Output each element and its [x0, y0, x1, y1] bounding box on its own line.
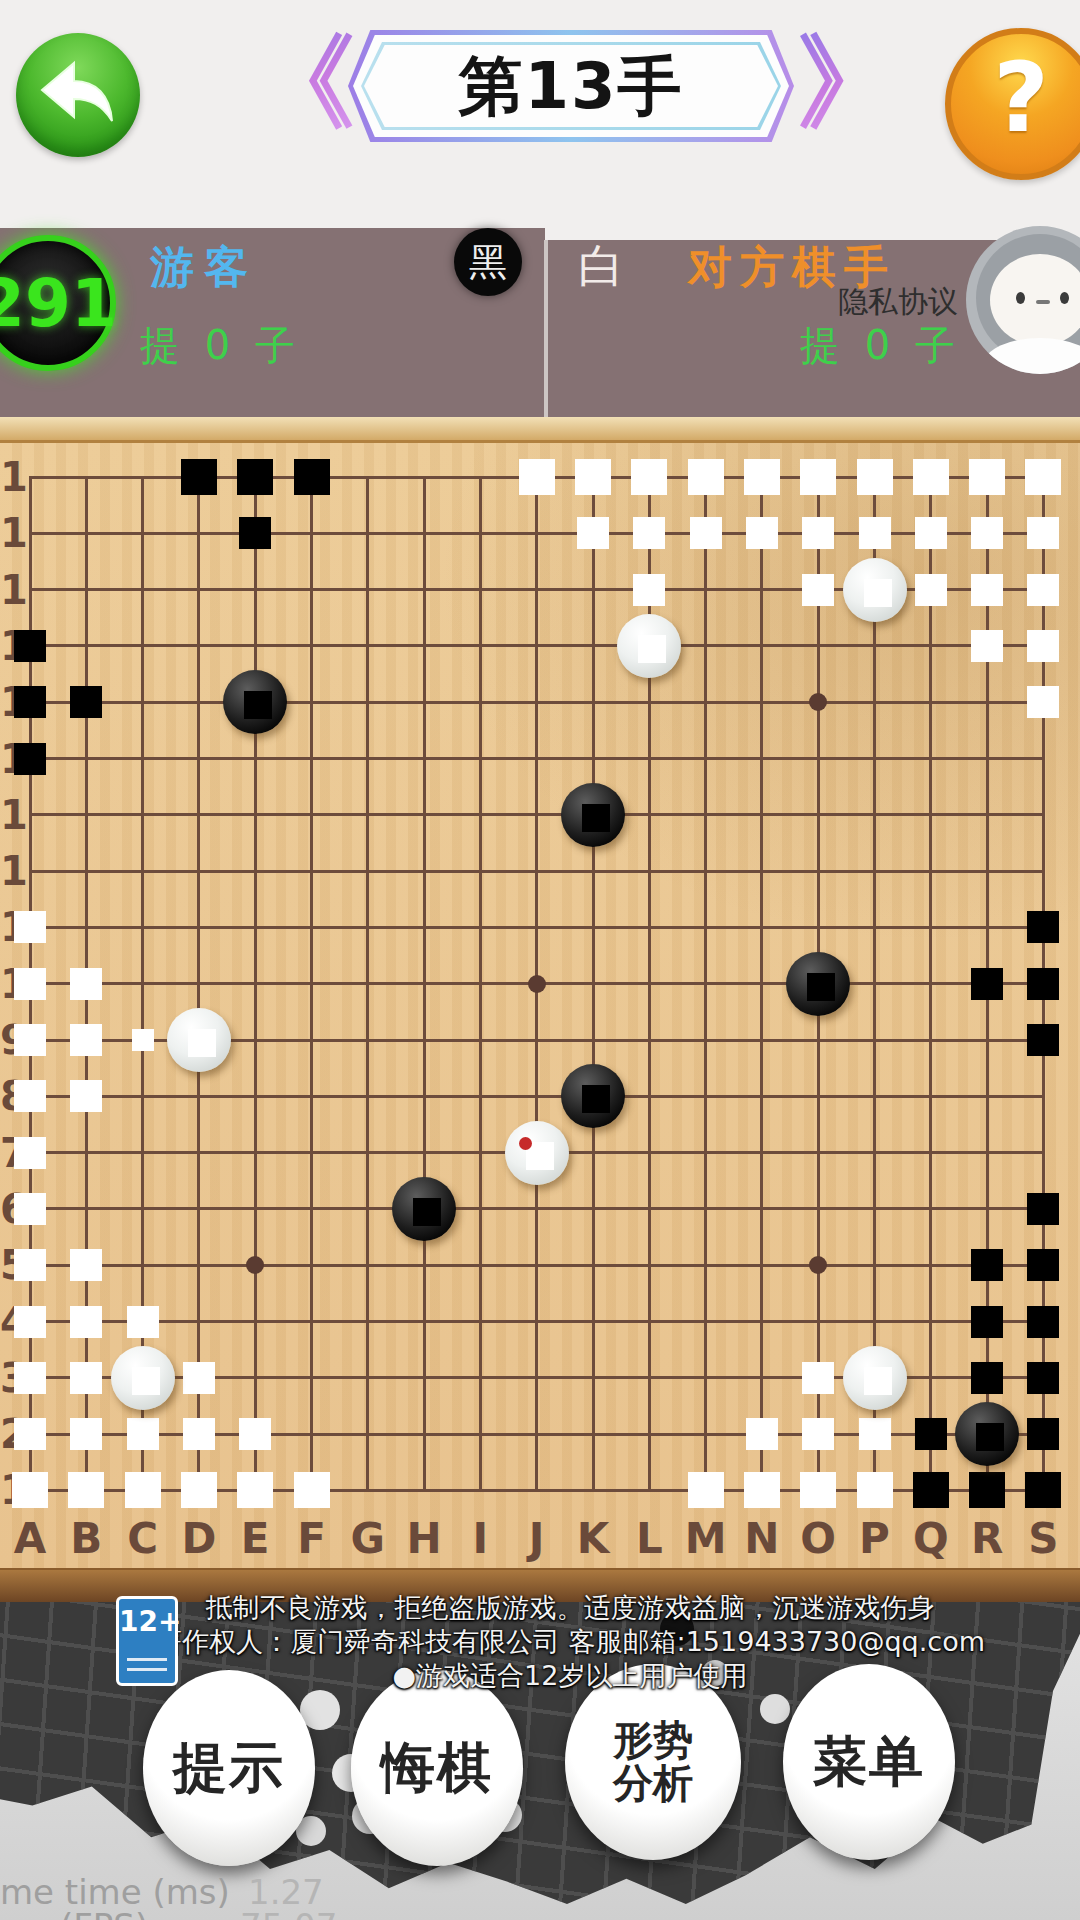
app-screen: 《 第13手 》 ? 291 游客 提 0 子 黑 白 对方棋手 隐私协议 提 … [0, 0, 1080, 1920]
white-territory-mark [294, 1472, 330, 1508]
white-territory-mark [633, 517, 665, 549]
title-frame: 第13手 [348, 30, 794, 142]
avatar-eye [1016, 292, 1025, 304]
column-label: N [734, 1514, 790, 1563]
white-stone-mark [864, 579, 892, 607]
white-stone-mark [188, 1029, 216, 1057]
black-territory-mark [1025, 1472, 1061, 1508]
white-territory-mark [746, 517, 778, 549]
grid-line-horizontal [29, 1433, 1045, 1436]
black-territory-mark [1027, 1418, 1059, 1450]
white-territory-mark [1027, 686, 1059, 718]
white-territory-mark [14, 1362, 46, 1394]
white-territory-mark [1027, 574, 1059, 606]
column-label: G [340, 1514, 396, 1563]
column-label: M [678, 1514, 734, 1563]
white-territory-mark [688, 459, 724, 495]
white-stone-mark [638, 635, 666, 663]
black-territory-mark [294, 459, 330, 495]
white-territory-mark [127, 1306, 159, 1338]
white-territory-mark [14, 1024, 46, 1056]
undo-button[interactable]: 悔棋 [351, 1670, 523, 1866]
black-territory-mark [14, 686, 46, 718]
grid-line-vertical [760, 477, 763, 1490]
row-label: 13 [0, 787, 26, 843]
white-territory-mark [744, 1472, 780, 1508]
grid-line-vertical [704, 477, 707, 1490]
grid-line-vertical [929, 477, 932, 1490]
white-captures: 提 0 子 [800, 318, 961, 373]
star-point [809, 1256, 827, 1274]
white-territory-mark [14, 968, 46, 1000]
white-stone-mark [864, 1367, 892, 1395]
black-stone-mark [244, 691, 272, 719]
white-territory-mark [14, 1193, 46, 1225]
black-territory-mark [14, 630, 46, 662]
black-territory-mark [969, 1472, 1005, 1508]
black-player-name: 游客 [150, 238, 258, 297]
black-stone-mark [582, 1085, 610, 1113]
white-territory-mark [633, 574, 665, 606]
question-mark-icon: ? [951, 42, 1080, 154]
white-territory-mark [70, 1080, 102, 1112]
white-territory-mark [14, 911, 46, 943]
white-territory-mark [971, 517, 1003, 549]
white-territory-mark [746, 1418, 778, 1450]
white-territory-mark [70, 1418, 102, 1450]
black-captures: 提 0 子 [140, 318, 301, 373]
white-territory-mark [577, 517, 609, 549]
white-territory-mark [127, 1418, 159, 1450]
row-label: 18 [0, 505, 26, 561]
debug-fps-value: 75.07 [240, 1906, 337, 1920]
avatar-eye [1060, 292, 1069, 304]
white-territory-mark [857, 459, 893, 495]
white-territory-mark [70, 1362, 102, 1394]
grid-line-vertical [873, 477, 876, 1490]
white-territory-mark [519, 459, 555, 495]
column-label: C [115, 1514, 171, 1563]
privacy-agreement-link[interactable]: 隐私协议 [838, 282, 958, 323]
grid-line-horizontal [29, 1095, 1045, 1098]
black-territory-mark [237, 459, 273, 495]
white-territory-mark [800, 1472, 836, 1508]
row-label: 17 [0, 562, 26, 618]
help-button[interactable]: ? [945, 28, 1080, 180]
black-territory-mark [971, 968, 1003, 1000]
board-frame-top [0, 417, 1080, 443]
white-territory-mark [14, 1137, 46, 1169]
column-label: R [959, 1514, 1015, 1563]
grid-line-horizontal [29, 1264, 1045, 1267]
white-territory-mark [913, 459, 949, 495]
black-territory-mark [915, 1418, 947, 1450]
white-territory-mark [239, 1418, 271, 1450]
black-stone-mark [807, 973, 835, 1001]
white-territory-mark [12, 1472, 48, 1508]
column-label: J [509, 1514, 565, 1563]
black-territory-mark [239, 517, 271, 549]
black-territory-mark [1027, 1193, 1059, 1225]
column-label: S [1015, 1514, 1071, 1563]
white-territory-mark [14, 1249, 46, 1281]
white-territory-mark [132, 1029, 154, 1051]
notice-line-3: ●游戏适合12岁以上用户使用 [120, 1658, 1020, 1694]
black-territory-mark [70, 686, 102, 718]
left-chevrons-decoration: 《 [252, 22, 356, 142]
white-territory-mark [237, 1472, 273, 1508]
black-territory-mark [971, 1362, 1003, 1394]
white-territory-mark [802, 1362, 834, 1394]
star-point [246, 1256, 264, 1274]
white-territory-mark [70, 1024, 102, 1056]
white-territory-mark [631, 459, 667, 495]
black-stone-mark [413, 1198, 441, 1226]
page-title: 第13手 [458, 43, 683, 130]
white-territory-mark [181, 1472, 217, 1508]
white-territory-mark [183, 1418, 215, 1450]
white-territory-mark [915, 574, 947, 606]
black-territory-mark [181, 459, 217, 495]
black-territory-mark [1027, 1024, 1059, 1056]
black-territory-mark [14, 743, 46, 775]
hint-button[interactable]: 提示 [143, 1670, 315, 1866]
white-territory-mark [575, 459, 611, 495]
black-territory-mark [1027, 1306, 1059, 1338]
white-territory-mark [125, 1472, 161, 1508]
white-territory-mark [70, 1249, 102, 1281]
grid-line-vertical [592, 477, 595, 1490]
avatar-mouth [1036, 300, 1050, 304]
column-label: O [790, 1514, 846, 1563]
white-territory-mark [690, 517, 722, 549]
right-chevrons-decoration: 》 [796, 22, 900, 142]
column-label: F [284, 1514, 340, 1563]
black-territory-mark [971, 1306, 1003, 1338]
white-territory-mark [802, 574, 834, 606]
column-label: I [452, 1514, 508, 1563]
white-stone-mark [132, 1367, 160, 1395]
column-label: D [171, 1514, 227, 1563]
black-stone-mark [582, 804, 610, 832]
column-label: E [227, 1514, 283, 1563]
column-label: Q [903, 1514, 959, 1563]
white-color-label: 白 [578, 236, 624, 298]
go-board[interactable]: A19B18C17D16E15F14G13H12I11J10K9L8M7N6O5… [0, 443, 1080, 1568]
white-territory-mark [971, 574, 1003, 606]
white-territory-mark [859, 517, 891, 549]
white-territory-mark [14, 1306, 46, 1338]
footer-panel: 12+ 抵制不良游戏，拒绝盗版游戏。适度游戏益脑，沉迷游戏伤身 著作权人：厦门舜… [0, 1602, 1080, 1920]
white-territory-mark [14, 1418, 46, 1450]
white-territory-mark [915, 517, 947, 549]
white-territory-mark [802, 1418, 834, 1450]
notice-line-2: 著作权人：厦门舜奇科技有限公司 客服邮箱:1519433730@qq.com [120, 1624, 1020, 1660]
age-rating-badge: 12+ [116, 1596, 178, 1686]
white-territory-mark [800, 459, 836, 495]
white-territory-mark [971, 630, 1003, 662]
back-button[interactable] [16, 33, 140, 157]
column-label: H [396, 1514, 452, 1563]
white-territory-mark [688, 1472, 724, 1508]
row-label: 19 [0, 449, 26, 505]
column-label: K [565, 1514, 621, 1563]
grid-line-horizontal [29, 1207, 1045, 1210]
white-territory-mark [802, 517, 834, 549]
black-territory-mark [1027, 1249, 1059, 1281]
white-territory-mark [70, 968, 102, 1000]
black-territory-mark [1027, 968, 1059, 1000]
row-label: 12 [0, 843, 26, 899]
white-territory-mark [1027, 517, 1059, 549]
white-territory-mark [70, 1306, 102, 1338]
white-territory-mark [859, 1418, 891, 1450]
star-point [809, 693, 827, 711]
black-territory-mark [1027, 911, 1059, 943]
white-territory-mark [969, 459, 1005, 495]
white-territory-mark [744, 459, 780, 495]
photo-stone [760, 1694, 790, 1724]
debug-fps-label: (FPS) [60, 1906, 148, 1920]
white-territory-mark [1027, 630, 1059, 662]
white-territory-mark [68, 1472, 104, 1508]
white-territory-mark [857, 1472, 893, 1508]
white-territory-mark [183, 1362, 215, 1394]
grid-line-horizontal [29, 1320, 1045, 1323]
star-point [528, 975, 546, 993]
column-label: A [2, 1514, 58, 1563]
black-territory-mark [971, 1249, 1003, 1281]
white-territory-mark [14, 1080, 46, 1112]
black-territory-mark [1027, 1362, 1059, 1394]
column-label: P [847, 1514, 903, 1563]
black-stone-mark [976, 1423, 1004, 1451]
white-territory-mark [1025, 459, 1061, 495]
last-move-marker [519, 1137, 532, 1150]
column-label: L [621, 1514, 677, 1563]
column-label: B [58, 1514, 114, 1563]
notice-line-1: 抵制不良游戏，拒绝盗版游戏。适度游戏益脑，沉迷游戏伤身 [120, 1590, 1020, 1626]
black-territory-mark [913, 1472, 949, 1508]
black-color-badge: 黑 [454, 228, 522, 296]
